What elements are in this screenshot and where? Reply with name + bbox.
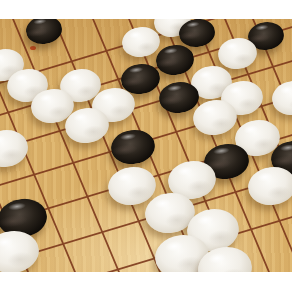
red-mark bbox=[30, 46, 36, 50]
go-board bbox=[0, 19, 292, 272]
go-board-photo bbox=[0, 0, 292, 292]
